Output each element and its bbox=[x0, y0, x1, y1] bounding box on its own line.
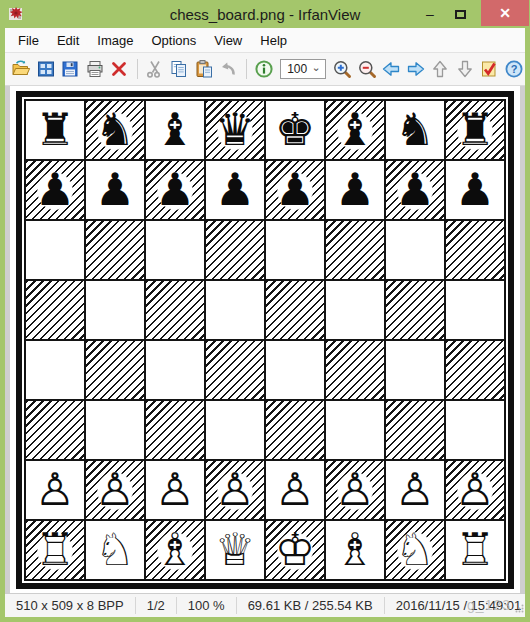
zoom-in-icon bbox=[332, 59, 352, 79]
square-e8: ♚ bbox=[265, 100, 325, 160]
piece-white-knight: ♘ bbox=[387, 522, 443, 578]
arrow-left-icon bbox=[381, 59, 401, 79]
square-c4 bbox=[145, 340, 205, 400]
arrow-up-button[interactable] bbox=[429, 57, 452, 81]
square-c7: ♟ bbox=[145, 160, 205, 220]
square-d3 bbox=[205, 400, 265, 460]
piece-white-rook: ♖ bbox=[447, 522, 503, 578]
zoom-value: 100 bbox=[287, 62, 307, 76]
square-b7: ♟ bbox=[85, 160, 145, 220]
square-d4 bbox=[205, 340, 265, 400]
chess-board-image[interactable]: ♜♞♝♛♚♝♞♜♟♟♟♟♟♟♟♟♙♙♙♙♙♙♙♙♖♘♗♕♔♗♘♖ bbox=[10, 86, 520, 593]
piece-black-knight: ♞ bbox=[87, 102, 143, 158]
menu-bar: FileEditImageOptionsViewHelp bbox=[5, 28, 525, 53]
square-e5 bbox=[265, 280, 325, 340]
print-button[interactable] bbox=[84, 57, 107, 81]
piece-white-king: ♔ bbox=[267, 522, 323, 578]
thumbnails-icon bbox=[36, 59, 56, 79]
toolbar: 100 ⌄ bbox=[5, 53, 525, 86]
square-c3 bbox=[145, 400, 205, 460]
square-e4 bbox=[265, 340, 325, 400]
minimize-button[interactable]: – bbox=[415, 0, 445, 28]
piece-white-bishop: ♗ bbox=[327, 522, 383, 578]
square-a8: ♜ bbox=[25, 100, 85, 160]
copy-button[interactable] bbox=[168, 57, 191, 81]
zoom-in-button[interactable] bbox=[331, 57, 354, 81]
square-h6 bbox=[445, 220, 505, 280]
piece-white-queen: ♕ bbox=[207, 522, 263, 578]
info-button[interactable] bbox=[253, 57, 276, 81]
arrow-down-icon bbox=[455, 59, 475, 79]
piece-black-pawn: ♟ bbox=[87, 162, 143, 218]
image-view-area: ♜♞♝♛♚♝♞♜♟♟♟♟♟♟♟♟♙♙♙♙♙♙♙♙♖♘♗♕♔♗♘♖ bbox=[5, 86, 525, 593]
square-g6 bbox=[385, 220, 445, 280]
save-button[interactable] bbox=[59, 57, 82, 81]
maximize-icon bbox=[455, 10, 466, 19]
square-c8: ♝ bbox=[145, 100, 205, 160]
square-a6 bbox=[25, 220, 85, 280]
paste-clipboard-icon bbox=[194, 59, 214, 79]
piece-black-pawn: ♟ bbox=[447, 162, 503, 218]
open-folder-icon bbox=[11, 59, 31, 79]
square-h5 bbox=[445, 280, 505, 340]
board-border: ♜♞♝♛♚♝♞♜♟♟♟♟♟♟♟♟♙♙♙♙♙♙♙♙♖♘♗♕♔♗♘♖ bbox=[16, 91, 514, 589]
square-d8: ♛ bbox=[205, 100, 265, 160]
square-a5 bbox=[25, 280, 85, 340]
piece-black-pawn: ♟ bbox=[27, 162, 83, 218]
printer-icon bbox=[85, 59, 105, 79]
square-b1: ♘ bbox=[85, 520, 145, 580]
piece-black-pawn: ♟ bbox=[327, 162, 383, 218]
square-d7: ♟ bbox=[205, 160, 265, 220]
arrow-down-button[interactable] bbox=[453, 57, 476, 81]
copy-icon bbox=[169, 59, 189, 79]
piece-white-pawn: ♙ bbox=[147, 462, 203, 518]
irfanview-window: chess_board.png - IrfanView – ✕ FileEdit… bbox=[0, 0, 530, 622]
chevron-down-icon: ⌄ bbox=[312, 61, 321, 74]
square-a3 bbox=[25, 400, 85, 460]
menu-item-options[interactable]: Options bbox=[143, 30, 206, 51]
square-b3 bbox=[85, 400, 145, 460]
piece-black-bishop: ♝ bbox=[147, 102, 203, 158]
square-d6 bbox=[205, 220, 265, 280]
square-h4 bbox=[445, 340, 505, 400]
paste-button[interactable] bbox=[193, 57, 216, 81]
square-a4 bbox=[25, 340, 85, 400]
piece-white-knight: ♘ bbox=[87, 522, 143, 578]
square-g5 bbox=[385, 280, 445, 340]
square-f5 bbox=[325, 280, 385, 340]
piece-white-pawn: ♙ bbox=[267, 462, 323, 518]
client-area: FileEditImageOptionsViewHelp bbox=[5, 28, 525, 617]
piece-black-rook: ♜ bbox=[27, 102, 83, 158]
square-c6 bbox=[145, 220, 205, 280]
previous-file-button[interactable] bbox=[380, 57, 403, 81]
menu-item-help[interactable]: Help bbox=[251, 30, 296, 51]
status-page-index: 1/2 bbox=[136, 597, 177, 614]
chess-board: ♜♞♝♛♚♝♞♜♟♟♟♟♟♟♟♟♙♙♙♙♙♙♙♙♖♘♗♕♔♗♘♖ bbox=[25, 100, 505, 580]
zoom-select[interactable]: 100 ⌄ bbox=[280, 59, 326, 79]
square-d1: ♕ bbox=[205, 520, 265, 580]
menu-item-file[interactable]: File bbox=[9, 30, 48, 51]
piece-white-pawn: ♙ bbox=[207, 462, 263, 518]
watermark: g_123 bbox=[467, 597, 511, 613]
square-b5 bbox=[85, 280, 145, 340]
status-file-size: 69.61 KB / 255.54 KB bbox=[237, 597, 385, 614]
piece-black-pawn: ♟ bbox=[147, 162, 203, 218]
square-e6 bbox=[265, 220, 325, 280]
arrow-right-icon bbox=[406, 59, 426, 79]
square-f3 bbox=[325, 400, 385, 460]
square-f1: ♗ bbox=[325, 520, 385, 580]
square-b8: ♞ bbox=[85, 100, 145, 160]
status-zoom-percent: 100 % bbox=[177, 597, 237, 614]
square-f7: ♟ bbox=[325, 160, 385, 220]
undo-button[interactable] bbox=[217, 57, 240, 81]
square-g4 bbox=[385, 340, 445, 400]
thumbnails-button[interactable] bbox=[35, 57, 58, 81]
square-f2: ♙ bbox=[325, 460, 385, 520]
toolbar-separator bbox=[137, 59, 138, 79]
square-b4 bbox=[85, 340, 145, 400]
scissors-icon bbox=[145, 59, 165, 79]
square-g1: ♘ bbox=[385, 520, 445, 580]
help-icon: ? bbox=[504, 59, 524, 79]
info-icon bbox=[254, 59, 274, 79]
piece-black-rook: ♜ bbox=[447, 102, 503, 158]
menu-item-view[interactable]: View bbox=[205, 30, 251, 51]
square-a1: ♖ bbox=[25, 520, 85, 580]
square-h3 bbox=[445, 400, 505, 460]
maximize-button[interactable] bbox=[445, 0, 475, 28]
square-h8: ♜ bbox=[445, 100, 505, 160]
piece-white-bishop: ♗ bbox=[147, 522, 203, 578]
zoom-out-icon bbox=[357, 59, 377, 79]
square-e7: ♟ bbox=[265, 160, 325, 220]
piece-white-pawn: ♙ bbox=[327, 462, 383, 518]
piece-black-queen: ♛ bbox=[207, 102, 263, 158]
piece-black-pawn: ♟ bbox=[387, 162, 443, 218]
piece-black-pawn: ♟ bbox=[207, 162, 263, 218]
menu-item-edit[interactable]: Edit bbox=[48, 30, 88, 51]
square-g8: ♞ bbox=[385, 100, 445, 160]
piece-black-pawn: ♟ bbox=[267, 162, 323, 218]
next-file-button[interactable] bbox=[404, 57, 427, 81]
close-button[interactable]: ✕ bbox=[481, 0, 529, 26]
square-e1: ♔ bbox=[265, 520, 325, 580]
square-b6 bbox=[85, 220, 145, 280]
square-h7: ♟ bbox=[445, 160, 505, 220]
square-h1: ♖ bbox=[445, 520, 505, 580]
square-b2: ♙ bbox=[85, 460, 145, 520]
resize-grip[interactable] bbox=[515, 601, 524, 616]
arrow-up-icon bbox=[430, 59, 450, 79]
square-d2: ♙ bbox=[205, 460, 265, 520]
toolbar-separator bbox=[246, 59, 247, 79]
delete-x-icon bbox=[109, 59, 129, 79]
save-floppy-icon bbox=[60, 59, 80, 79]
title-bar: chess_board.png - IrfanView – ✕ bbox=[0, 0, 530, 28]
piece-black-bishop: ♝ bbox=[327, 102, 383, 158]
square-c1: ♗ bbox=[145, 520, 205, 580]
jpg-lossless-ops-button[interactable] bbox=[478, 57, 501, 81]
piece-black-king: ♚ bbox=[267, 102, 323, 158]
square-a2: ♙ bbox=[25, 460, 85, 520]
status-dimensions: 510 x 509 x 8 BPP bbox=[5, 597, 136, 614]
zoom-out-button[interactable] bbox=[355, 57, 378, 81]
undo-arrow-icon bbox=[218, 59, 238, 79]
square-h2: ♙ bbox=[445, 460, 505, 520]
square-e2: ♙ bbox=[265, 460, 325, 520]
status-bar: 510 x 509 x 8 BPP1/2100 %69.61 KB / 255.… bbox=[5, 593, 525, 617]
open-button[interactable] bbox=[10, 57, 33, 81]
piece-white-pawn: ♙ bbox=[447, 462, 503, 518]
piece-white-rook: ♖ bbox=[27, 522, 83, 578]
piece-black-knight: ♞ bbox=[387, 102, 443, 158]
square-f4 bbox=[325, 340, 385, 400]
piece-white-pawn: ♙ bbox=[387, 462, 443, 518]
square-c2: ♙ bbox=[145, 460, 205, 520]
piece-white-pawn: ♙ bbox=[27, 462, 83, 518]
cut-button[interactable] bbox=[144, 57, 167, 81]
help-button[interactable]: ? bbox=[502, 57, 525, 81]
square-f6 bbox=[325, 220, 385, 280]
square-g7: ♟ bbox=[385, 160, 445, 220]
svg-text:?: ? bbox=[510, 63, 517, 75]
square-g3 bbox=[385, 400, 445, 460]
delete-button[interactable] bbox=[108, 57, 131, 81]
square-a7: ♟ bbox=[25, 160, 85, 220]
square-d5 bbox=[205, 280, 265, 340]
piece-white-pawn: ♙ bbox=[87, 462, 143, 518]
red-check-icon bbox=[479, 59, 499, 79]
menu-item-image[interactable]: Image bbox=[88, 30, 142, 51]
square-c5 bbox=[145, 280, 205, 340]
square-g2: ♙ bbox=[385, 460, 445, 520]
square-f8: ♝ bbox=[325, 100, 385, 160]
square-e3 bbox=[265, 400, 325, 460]
